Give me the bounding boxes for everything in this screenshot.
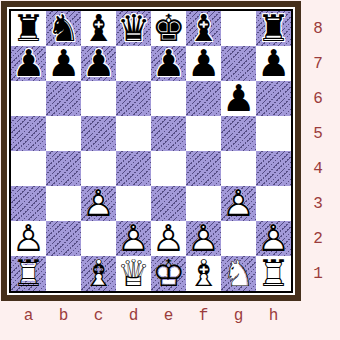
square-a5[interactable] [11, 116, 46, 151]
square-b1[interactable] [46, 256, 81, 291]
piece-black-pawn-b7[interactable]: ♟ [46, 46, 81, 81]
rank-label-3: 3 [305, 186, 331, 221]
square-f4[interactable] [186, 151, 221, 186]
piece-white-pawn-a2[interactable]: ♟♙ [11, 221, 46, 256]
square-e1[interactable]: ♚♔ [151, 256, 186, 291]
piece-black-rook-h8[interactable]: ♜ [256, 11, 291, 46]
square-a7[interactable]: ♟ [11, 46, 46, 81]
piece-white-pawn-c3[interactable]: ♟♙ [81, 186, 116, 221]
square-e7[interactable]: ♟ [151, 46, 186, 81]
square-g8[interactable] [221, 11, 256, 46]
square-f5[interactable] [186, 116, 221, 151]
square-c4[interactable] [81, 151, 116, 186]
piece-black-pawn-f7[interactable]: ♟ [186, 46, 221, 81]
square-g2[interactable] [221, 221, 256, 256]
pawn-glyph-outline: ♙ [186, 221, 221, 256]
piece-white-queen-d1[interactable]: ♛♕ [116, 256, 151, 291]
square-d5[interactable] [116, 116, 151, 151]
square-f1[interactable]: ♝♗ [186, 256, 221, 291]
square-c2[interactable] [81, 221, 116, 256]
piece-white-pawn-g3[interactable]: ♟♙ [221, 186, 256, 221]
rank-label-4: 4 [305, 151, 331, 186]
square-f2[interactable]: ♟♙ [186, 221, 221, 256]
rank-labels: 87654321 [305, 11, 331, 291]
pawn-glyph-outline: ♙ [11, 221, 46, 256]
square-d1[interactable]: ♛♕ [116, 256, 151, 291]
square-h5[interactable] [256, 116, 291, 151]
file-label-f: f [186, 307, 221, 325]
pawn-glyph-outline: ♙ [151, 221, 186, 256]
square-e8[interactable]: ♚ [151, 11, 186, 46]
square-a8[interactable]: ♜ [11, 11, 46, 46]
square-h7[interactable]: ♟ [256, 46, 291, 81]
chessboard-frame: ♜♞♝♛♚♝♜♟♟♟♟♟♟♟♟♙♟♙♟♙♟♙♟♙♟♙♟♙♜♖♝♗♛♕♚♔♝♗♞♘… [1, 1, 301, 301]
piece-black-bishop-c8[interactable]: ♝ [81, 11, 116, 46]
square-g4[interactable] [221, 151, 256, 186]
square-b3[interactable] [46, 186, 81, 221]
piece-white-rook-h1[interactable]: ♜♖ [256, 256, 291, 291]
knight-glyph-outline: ♘ [221, 256, 256, 291]
piece-black-bishop-f8[interactable]: ♝ [186, 11, 221, 46]
rook-glyph-outline: ♖ [256, 256, 291, 291]
square-c5[interactable] [81, 116, 116, 151]
file-labels: abcdefgh [11, 307, 291, 325]
piece-white-bishop-c1[interactable]: ♝♗ [81, 256, 116, 291]
square-b2[interactable] [46, 221, 81, 256]
square-d8[interactable]: ♛ [116, 11, 151, 46]
square-d2[interactable]: ♟♙ [116, 221, 151, 256]
queen-glyph-outline: ♕ [116, 256, 151, 291]
square-f3[interactable] [186, 186, 221, 221]
square-g1[interactable]: ♞♘ [221, 256, 256, 291]
square-h4[interactable] [256, 151, 291, 186]
piece-white-king-e1[interactable]: ♚♔ [151, 256, 186, 291]
square-e5[interactable] [151, 116, 186, 151]
bishop-glyph-outline: ♗ [81, 256, 116, 291]
king-glyph-outline: ♔ [151, 256, 186, 291]
pawn-glyph-outline: ♙ [256, 221, 291, 256]
file-label-b: b [46, 307, 81, 325]
file-label-e: e [151, 307, 186, 325]
square-b6[interactable] [46, 81, 81, 116]
square-a1[interactable]: ♜♖ [11, 256, 46, 291]
square-d4[interactable] [116, 151, 151, 186]
rank-label-8: 8 [305, 11, 331, 46]
square-g7[interactable] [221, 46, 256, 81]
square-h1[interactable]: ♜♖ [256, 256, 291, 291]
rook-glyph-outline: ♖ [11, 256, 46, 291]
square-a4[interactable] [11, 151, 46, 186]
square-c3[interactable]: ♟♙ [81, 186, 116, 221]
file-label-d: d [116, 307, 151, 325]
square-c8[interactable]: ♝ [81, 11, 116, 46]
rank-label-6: 6 [305, 81, 331, 116]
square-h3[interactable] [256, 186, 291, 221]
square-c1[interactable]: ♝♗ [81, 256, 116, 291]
square-a2[interactable]: ♟♙ [11, 221, 46, 256]
square-h6[interactable] [256, 81, 291, 116]
square-g6[interactable]: ♟ [221, 81, 256, 116]
square-g3[interactable]: ♟♙ [221, 186, 256, 221]
piece-black-knight-b8[interactable]: ♞ [46, 11, 81, 46]
pawn-glyph-outline: ♙ [116, 221, 151, 256]
piece-black-pawn-c7[interactable]: ♟ [81, 46, 116, 81]
square-e2[interactable]: ♟♙ [151, 221, 186, 256]
pawn-glyph-outline: ♙ [221, 186, 256, 221]
file-label-a: a [11, 307, 46, 325]
square-d6[interactable] [116, 81, 151, 116]
file-label-c: c [81, 307, 116, 325]
piece-white-bishop-f1[interactable]: ♝♗ [186, 256, 221, 291]
square-c6[interactable] [81, 81, 116, 116]
square-b5[interactable] [46, 116, 81, 151]
piece-white-rook-a1[interactable]: ♜♖ [11, 256, 46, 291]
square-e6[interactable] [151, 81, 186, 116]
rank-label-7: 7 [305, 46, 331, 81]
piece-white-pawn-f2[interactable]: ♟♙ [186, 221, 221, 256]
rank-label-5: 5 [305, 116, 331, 151]
square-h2[interactable]: ♟♙ [256, 221, 291, 256]
square-f8[interactable]: ♝ [186, 11, 221, 46]
file-label-h: h [256, 307, 291, 325]
square-b8[interactable]: ♞ [46, 11, 81, 46]
piece-white-pawn-e2[interactable]: ♟♙ [151, 221, 186, 256]
file-label-g: g [221, 307, 256, 325]
square-a6[interactable] [11, 81, 46, 116]
square-g5[interactable] [221, 116, 256, 151]
bishop-glyph-outline: ♗ [186, 256, 221, 291]
board-squares: ♜♞♝♛♚♝♜♟♟♟♟♟♟♟♟♙♟♙♟♙♟♙♟♙♟♙♟♙♜♖♝♗♛♕♚♔♝♗♞♘… [9, 9, 293, 293]
piece-black-queen-d8[interactable]: ♛ [116, 11, 151, 46]
square-f7[interactable]: ♟ [186, 46, 221, 81]
piece-black-pawn-e7[interactable]: ♟ [151, 46, 186, 81]
piece-black-pawn-h7[interactable]: ♟ [256, 46, 291, 81]
piece-white-pawn-d2[interactable]: ♟♙ [116, 221, 151, 256]
rank-label-1: 1 [305, 256, 331, 291]
square-f6[interactable] [186, 81, 221, 116]
rank-label-2: 2 [305, 221, 331, 256]
piece-black-rook-a8[interactable]: ♜ [11, 11, 46, 46]
square-e3[interactable] [151, 186, 186, 221]
square-d7[interactable] [116, 46, 151, 81]
square-b4[interactable] [46, 151, 81, 186]
square-b7[interactable]: ♟ [46, 46, 81, 81]
piece-white-knight-g1[interactable]: ♞♘ [221, 256, 256, 291]
square-d3[interactable] [116, 186, 151, 221]
square-e4[interactable] [151, 151, 186, 186]
piece-black-pawn-a7[interactable]: ♟ [11, 46, 46, 81]
square-c7[interactable]: ♟ [81, 46, 116, 81]
square-a3[interactable] [11, 186, 46, 221]
piece-white-pawn-h2[interactable]: ♟♙ [256, 221, 291, 256]
square-h8[interactable]: ♜ [256, 11, 291, 46]
pawn-glyph-outline: ♙ [81, 186, 116, 221]
piece-black-king-e8[interactable]: ♚ [151, 11, 186, 46]
piece-black-pawn-g6[interactable]: ♟ [221, 81, 256, 116]
